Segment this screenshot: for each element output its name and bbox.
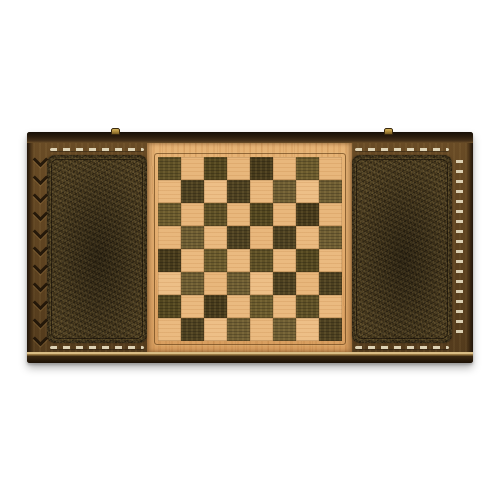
square xyxy=(204,272,227,295)
square xyxy=(296,157,319,180)
square xyxy=(181,295,204,318)
stitch-line-bottom-right xyxy=(355,346,449,349)
stitch-line-top-left xyxy=(50,148,144,151)
square xyxy=(158,203,181,226)
square xyxy=(296,249,319,272)
chevron-icon xyxy=(33,152,49,168)
square xyxy=(319,180,342,203)
square xyxy=(296,295,319,318)
square xyxy=(227,295,250,318)
square xyxy=(181,272,204,295)
hinge-left-icon xyxy=(111,128,120,135)
square xyxy=(319,157,342,180)
square xyxy=(204,180,227,203)
square xyxy=(227,180,250,203)
square xyxy=(204,295,227,318)
backgammon-case xyxy=(27,132,473,363)
chevron-icon xyxy=(33,188,49,204)
square xyxy=(181,157,204,180)
square xyxy=(227,318,250,341)
square xyxy=(296,318,319,341)
stitch-line-bottom-left xyxy=(50,346,144,349)
right-stitch-column xyxy=(456,160,463,338)
square xyxy=(227,157,250,180)
chessboard xyxy=(158,157,342,341)
chevron-icon xyxy=(33,241,49,257)
chevron-icon xyxy=(33,205,49,221)
square xyxy=(250,203,273,226)
square xyxy=(250,318,273,341)
chevron-stitch-column xyxy=(34,154,47,344)
square xyxy=(158,295,181,318)
square xyxy=(250,180,273,203)
square xyxy=(181,180,204,203)
square xyxy=(204,318,227,341)
square xyxy=(250,295,273,318)
square xyxy=(296,272,319,295)
square xyxy=(296,180,319,203)
square xyxy=(273,295,296,318)
square xyxy=(296,226,319,249)
square xyxy=(227,226,250,249)
square xyxy=(181,203,204,226)
square xyxy=(296,203,319,226)
square xyxy=(227,249,250,272)
chevron-icon xyxy=(33,170,49,186)
square xyxy=(204,203,227,226)
square xyxy=(158,249,181,272)
square xyxy=(158,272,181,295)
case-top-edge xyxy=(27,132,473,143)
square xyxy=(181,318,204,341)
product-photo xyxy=(0,0,500,500)
square xyxy=(227,272,250,295)
square xyxy=(250,226,273,249)
stitch-line-top-right xyxy=(355,148,449,151)
square xyxy=(273,157,296,180)
square xyxy=(250,157,273,180)
square xyxy=(204,249,227,272)
square xyxy=(250,249,273,272)
left-leather-panel xyxy=(47,155,147,343)
chevron-icon xyxy=(33,295,49,311)
square xyxy=(181,226,204,249)
hinge-right-icon xyxy=(384,128,393,135)
square xyxy=(319,272,342,295)
square xyxy=(273,318,296,341)
case-bottom-edge xyxy=(27,352,473,363)
chevron-icon xyxy=(33,223,49,239)
square xyxy=(319,318,342,341)
chevron-icon xyxy=(33,277,49,293)
square xyxy=(250,272,273,295)
square xyxy=(273,180,296,203)
right-leather-panel xyxy=(352,155,452,343)
square xyxy=(273,226,296,249)
square xyxy=(319,203,342,226)
square xyxy=(273,272,296,295)
square xyxy=(319,249,342,272)
chevron-icon xyxy=(33,331,49,347)
square xyxy=(319,226,342,249)
square xyxy=(158,180,181,203)
square xyxy=(273,203,296,226)
square xyxy=(158,318,181,341)
square xyxy=(181,249,204,272)
square xyxy=(158,157,181,180)
square xyxy=(204,226,227,249)
square xyxy=(319,295,342,318)
center-wood-panel xyxy=(147,143,352,352)
chevron-icon xyxy=(33,259,49,275)
square xyxy=(204,157,227,180)
square xyxy=(273,249,296,272)
square xyxy=(158,226,181,249)
square xyxy=(227,203,250,226)
chevron-icon xyxy=(33,313,49,329)
